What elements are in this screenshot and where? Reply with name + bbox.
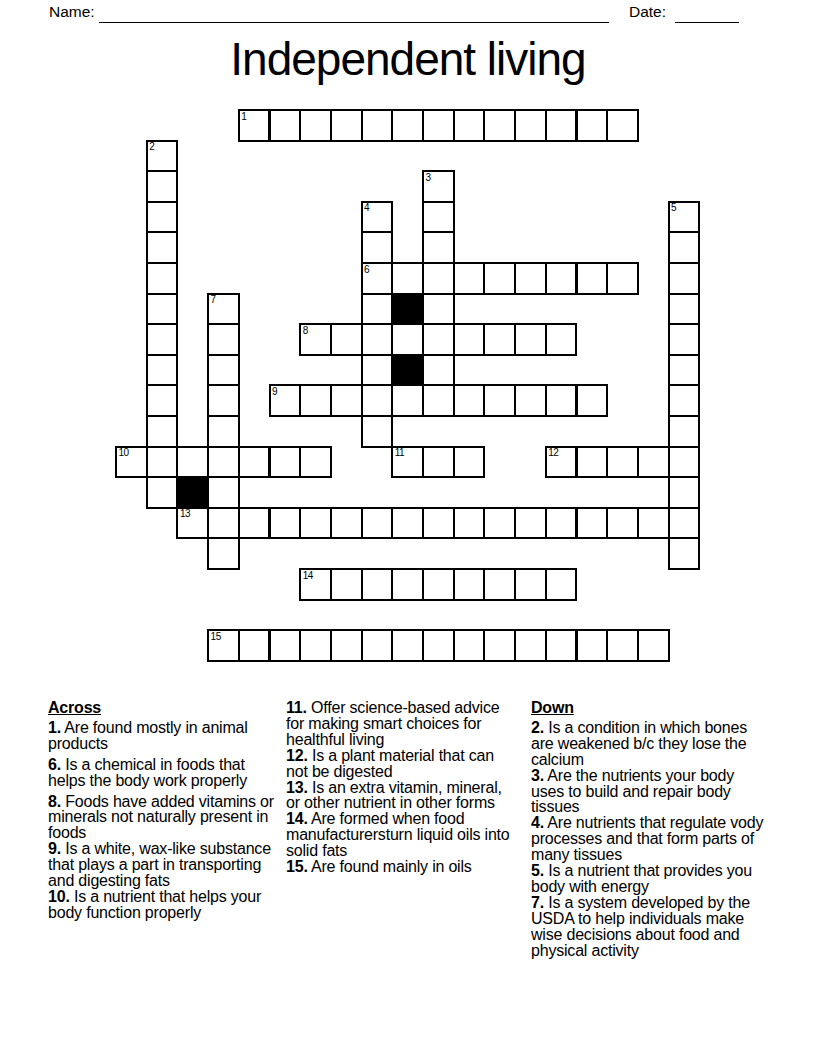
- cell-r1c1[interactable]: 2: [146, 140, 179, 173]
- cell-r12c3[interactable]: [207, 476, 240, 509]
- clue-number: 11.: [286, 699, 307, 716]
- cell-r11c1[interactable]: [146, 446, 179, 479]
- clue-across-9: 9. Is a white, wax-like substance that p…: [48, 841, 281, 889]
- cell-r8c8[interactable]: [361, 354, 394, 387]
- cell-r5c10[interactable]: [422, 262, 455, 295]
- cell-r13c6[interactable]: [299, 507, 332, 540]
- grid-number-11: 11: [395, 448, 404, 458]
- cell-r3c10[interactable]: [422, 201, 455, 234]
- clue-number: 7.: [531, 894, 544, 911]
- cell-r5c18[interactable]: [668, 262, 701, 295]
- cell-r9c12[interactable]: [483, 384, 516, 417]
- cell-r11c11[interactable]: [453, 446, 486, 479]
- cell-r11c0[interactable]: 10: [115, 446, 148, 479]
- cell-r5c16[interactable]: [606, 262, 639, 295]
- clue-number: 8.: [48, 793, 61, 810]
- cell-r6c1[interactable]: [146, 293, 179, 326]
- grid-number-3: 3: [426, 173, 431, 183]
- cell-r9c9[interactable]: [391, 384, 424, 417]
- worksheet-page: Name: Date: Independent living 123456789…: [0, 0, 816, 1056]
- cell-r15c8[interactable]: [361, 568, 394, 601]
- date-blank-line[interactable]: [675, 2, 739, 23]
- cell-r4c18[interactable]: [668, 231, 701, 264]
- grid-number-13: 13: [180, 509, 190, 519]
- cell-r8c10[interactable]: [422, 354, 455, 387]
- cell-r0c16[interactable]: [606, 109, 639, 142]
- cell-r5c9[interactable]: [391, 262, 424, 295]
- cell-r9c3[interactable]: [207, 384, 240, 417]
- cell-r13c13[interactable]: [514, 507, 547, 540]
- clue-down-2: 2. Is a condition in which bones are wea…: [531, 720, 766, 768]
- cell-r11c18[interactable]: [668, 446, 701, 479]
- cell-r9c8[interactable]: [361, 384, 394, 417]
- cell-r7c1[interactable]: [146, 323, 179, 356]
- cell-r15c7[interactable]: [330, 568, 363, 601]
- grid-number-5: 5: [671, 203, 676, 213]
- cell-r9c5[interactable]: 9: [269, 384, 302, 417]
- cell-r13c17[interactable]: [637, 507, 670, 540]
- cell-r5c8[interactable]: 6: [361, 262, 394, 295]
- cell-r11c4[interactable]: [238, 446, 271, 479]
- page-title: Independent living: [0, 33, 816, 86]
- cell-r0c11[interactable]: [453, 109, 486, 142]
- cell-r13c14[interactable]: [545, 507, 578, 540]
- cell-r0c4[interactable]: 1: [238, 109, 271, 142]
- cell-r5c12[interactable]: [483, 262, 516, 295]
- clue-across-10: 10. Is a nutrient that helps your body f…: [48, 889, 281, 921]
- cell-r0c9[interactable]: [391, 109, 424, 142]
- grid-number-1: 1: [241, 112, 246, 122]
- cell-r7c8[interactable]: [361, 323, 394, 356]
- cell-r7c13[interactable]: [514, 323, 547, 356]
- clue-down-3: 3. Are the nutrients your body uses to b…: [531, 768, 766, 816]
- cell-r4c8[interactable]: [361, 231, 394, 264]
- cell-r9c18[interactable]: [668, 384, 701, 417]
- cell-r15c14[interactable]: [545, 568, 578, 601]
- cell-r7c7[interactable]: [330, 323, 363, 356]
- cell-r13c15[interactable]: [576, 507, 609, 540]
- cell-r13c11[interactable]: [453, 507, 486, 540]
- cell-r17c9[interactable]: [391, 629, 424, 662]
- cell-r17c4[interactable]: [238, 629, 271, 662]
- clue-number: 13.: [286, 779, 308, 796]
- clue-across-15: 15. Are found mainly in oils: [286, 859, 519, 875]
- cell-r17c5[interactable]: [269, 629, 302, 662]
- cell-r7c11[interactable]: [453, 323, 486, 356]
- cell-r0c10[interactable]: [422, 109, 455, 142]
- cell-r13c5[interactable]: [269, 507, 302, 540]
- cell-r6c18[interactable]: [668, 293, 701, 326]
- cell-r13c4[interactable]: [238, 507, 271, 540]
- cell-r7c9[interactable]: [391, 323, 424, 356]
- cell-r9c7[interactable]: [330, 384, 363, 417]
- across-clues-column-2: 11. Offer science-based advice for makin…: [286, 700, 519, 875]
- cell-r15c10[interactable]: [422, 568, 455, 601]
- cell-r13c10[interactable]: [422, 507, 455, 540]
- cell-r17c7[interactable]: [330, 629, 363, 662]
- cell-r13c2[interactable]: 13: [176, 507, 209, 540]
- clue-number: 3.: [531, 767, 544, 784]
- cell-r7c6[interactable]: 8: [299, 323, 332, 356]
- cell-r15c11[interactable]: [453, 568, 486, 601]
- cell-r13c7[interactable]: [330, 507, 363, 540]
- cell-r10c3[interactable]: [207, 415, 240, 448]
- grid-number-6: 6: [364, 265, 369, 275]
- cell-r8c3[interactable]: [207, 354, 240, 387]
- cell-r0c6[interactable]: [299, 109, 332, 142]
- cell-r11c2[interactable]: [176, 446, 209, 479]
- grid-number-10: 10: [119, 448, 129, 458]
- cell-r5c11[interactable]: [453, 262, 486, 295]
- cell-r3c1[interactable]: [146, 201, 179, 234]
- clue-number: 10.: [48, 888, 70, 905]
- clue-number: 1.: [48, 719, 61, 736]
- cell-r17c14[interactable]: [545, 629, 578, 662]
- cell-r13c16[interactable]: [606, 507, 639, 540]
- cell-r5c1[interactable]: [146, 262, 179, 295]
- cell-r12c1[interactable]: [146, 476, 179, 509]
- cell-r12c18[interactable]: [668, 476, 701, 509]
- cell-r9c13[interactable]: [514, 384, 547, 417]
- black-cell-r6c9: [391, 293, 424, 326]
- clue-across-6: 6. Is a chemical in foods that helps the…: [48, 757, 281, 789]
- cell-r17c6[interactable]: [299, 629, 332, 662]
- cell-r7c3[interactable]: [207, 323, 240, 356]
- cell-r3c8[interactable]: 4: [361, 201, 394, 234]
- grid-number-15: 15: [211, 632, 221, 642]
- name-blank-line[interactable]: [99, 2, 609, 23]
- date-label: Date:: [629, 3, 666, 21]
- cell-r5c14[interactable]: [545, 262, 578, 295]
- cell-r0c8[interactable]: [361, 109, 394, 142]
- down-heading: Down: [531, 700, 766, 716]
- cell-r9c10[interactable]: [422, 384, 455, 417]
- cell-r0c7[interactable]: [330, 109, 363, 142]
- clue-number: 6.: [48, 756, 61, 773]
- cell-r9c6[interactable]: [299, 384, 332, 417]
- cell-r13c18[interactable]: [668, 507, 701, 540]
- grid-number-2: 2: [149, 142, 154, 152]
- cell-r6c10[interactable]: [422, 293, 455, 326]
- cell-r17c3[interactable]: 15: [207, 629, 240, 662]
- cell-r17c12[interactable]: [483, 629, 516, 662]
- clue-number: 15.: [286, 858, 308, 875]
- cell-r11c6[interactable]: [299, 446, 332, 479]
- clue-down-7: 7. Is a system developed by the USDA to …: [531, 895, 766, 959]
- cell-r11c3[interactable]: [207, 446, 240, 479]
- cell-r11c17[interactable]: [637, 446, 670, 479]
- cell-r13c3[interactable]: [207, 507, 240, 540]
- cell-r17c17[interactable]: [637, 629, 670, 662]
- grid-number-14: 14: [303, 571, 313, 581]
- black-cell-r12c2: [176, 476, 209, 509]
- grid-number-12: 12: [548, 448, 558, 458]
- clue-across-8: 8. Foods have added vitamins or minerals…: [48, 794, 281, 842]
- cell-r0c13[interactable]: [514, 109, 547, 142]
- cell-r15c9[interactable]: [391, 568, 424, 601]
- cell-r10c8[interactable]: [361, 415, 394, 448]
- cell-r11c14[interactable]: 12: [545, 446, 578, 479]
- cell-r3c18[interactable]: 5: [668, 201, 701, 234]
- cell-r11c9[interactable]: 11: [391, 446, 424, 479]
- cell-r6c3[interactable]: 7: [207, 293, 240, 326]
- clue-across-12: 12. Is a plant material that can not be …: [286, 748, 519, 780]
- cell-r6c8[interactable]: [361, 293, 394, 326]
- cell-r0c14[interactable]: [545, 109, 578, 142]
- cell-r2c1[interactable]: [146, 170, 179, 203]
- clue-across-11: 11. Offer science-based advice for makin…: [286, 700, 519, 748]
- cell-r11c15[interactable]: [576, 446, 609, 479]
- cell-r17c11[interactable]: [453, 629, 486, 662]
- grid-number-7: 7: [211, 295, 216, 305]
- clue-number: 14.: [286, 810, 308, 827]
- cell-r5c13[interactable]: [514, 262, 547, 295]
- grid-number-8: 8: [303, 326, 308, 336]
- cell-r17c10[interactable]: [422, 629, 455, 662]
- cell-r0c12[interactable]: [483, 109, 516, 142]
- cell-r14c18[interactable]: [668, 537, 701, 570]
- cell-r13c9[interactable]: [391, 507, 424, 540]
- cell-r15c13[interactable]: [514, 568, 547, 601]
- clue-down-5: 5. Is a nutrient that provides you body …: [531, 863, 766, 895]
- clue-number: 2.: [531, 719, 544, 736]
- cell-r8c18[interactable]: [668, 354, 701, 387]
- cell-r10c18[interactable]: [668, 415, 701, 448]
- clue-number: 4.: [531, 814, 544, 831]
- clue-number: 12.: [286, 747, 308, 764]
- cell-r7c10[interactable]: [422, 323, 455, 356]
- cell-r9c14[interactable]: [545, 384, 578, 417]
- cell-r7c14[interactable]: [545, 323, 578, 356]
- cell-r11c16[interactable]: [606, 446, 639, 479]
- cell-r13c12[interactable]: [483, 507, 516, 540]
- clue-across-14: 14. Are formed when food manufacturerstu…: [286, 811, 519, 859]
- cell-r7c18[interactable]: [668, 323, 701, 356]
- clue-down-4: 4. Are nutrients that regulate vody proc…: [531, 815, 766, 863]
- clue-number: 5.: [531, 862, 544, 879]
- cell-r17c8[interactable]: [361, 629, 394, 662]
- grid-number-9: 9: [272, 387, 277, 397]
- cell-r11c5[interactable]: [269, 446, 302, 479]
- cell-r5c15[interactable]: [576, 262, 609, 295]
- clue-across-13: 13. Is an extra vitamin, mineral, or oth…: [286, 780, 519, 812]
- cell-r17c16[interactable]: [606, 629, 639, 662]
- name-label: Name:: [49, 3, 95, 21]
- cell-r2c10[interactable]: 3: [422, 170, 455, 203]
- cell-r10c1[interactable]: [146, 415, 179, 448]
- cell-r13c8[interactable]: [361, 507, 394, 540]
- cell-r0c15[interactable]: [576, 109, 609, 142]
- cell-r0c5[interactable]: [269, 109, 302, 142]
- cell-r15c12[interactable]: [483, 568, 516, 601]
- cell-r8c1[interactable]: [146, 354, 179, 387]
- cell-r17c13[interactable]: [514, 629, 547, 662]
- cell-r14c3[interactable]: [207, 537, 240, 570]
- down-clues-column: Down 2. Is a condition in which bones ar…: [531, 700, 766, 959]
- cell-r17c15[interactable]: [576, 629, 609, 662]
- cell-r4c1[interactable]: [146, 231, 179, 264]
- cell-r4c10[interactable]: [422, 231, 455, 264]
- cell-r15c6[interactable]: 14: [299, 568, 332, 601]
- cell-r7c12[interactable]: [483, 323, 516, 356]
- black-cell-r8c9: [391, 354, 424, 387]
- crossword-grid: 123456789101112131415: [116, 110, 700, 661]
- clue-number: 9.: [48, 840, 61, 857]
- across-heading: Across: [48, 700, 281, 716]
- cell-r9c1[interactable]: [146, 384, 179, 417]
- across-clues-column: Across 1. Are found mostly in animal pro…: [48, 700, 281, 921]
- cell-r11c10[interactable]: [422, 446, 455, 479]
- cell-r9c15[interactable]: [576, 384, 609, 417]
- cell-r9c11[interactable]: [453, 384, 486, 417]
- clue-across-1: 1. Are found mostly in animal products: [48, 720, 281, 752]
- header-row: Name: Date:: [0, 2, 816, 24]
- grid-number-4: 4: [364, 203, 369, 213]
